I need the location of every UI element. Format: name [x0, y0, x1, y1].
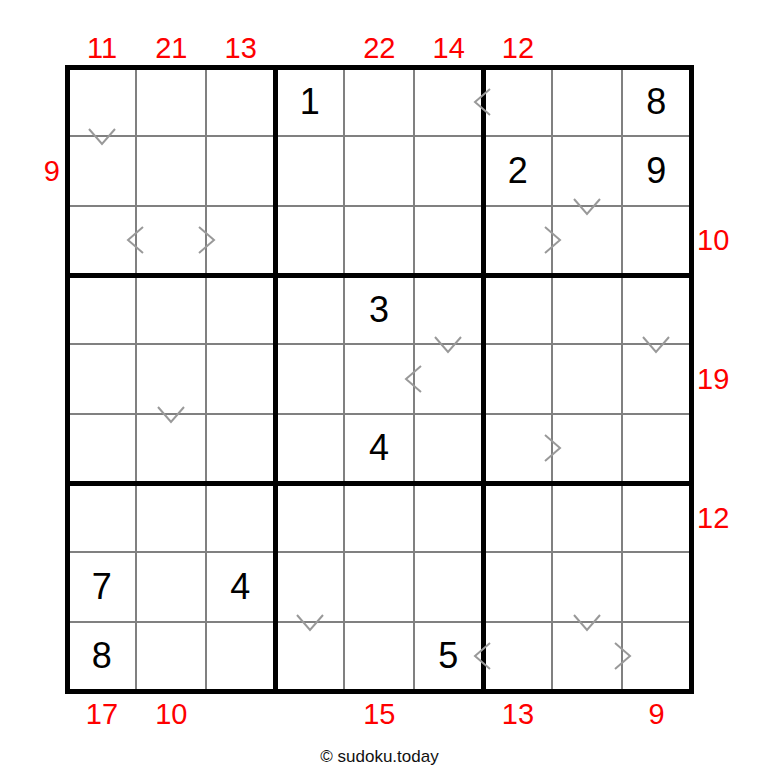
cell-r4c4[interactable] [275, 275, 344, 344]
grid-line-v [205, 67, 207, 691]
cell-r6c4[interactable] [275, 414, 344, 483]
cell-r8c5[interactable] [344, 552, 413, 621]
cell-r5c4[interactable] [275, 344, 344, 413]
sum-clue-bottom-col5: 15 [344, 697, 414, 731]
cell-r2c7[interactable]: 2 [483, 136, 552, 205]
greater-than-down-icon [86, 120, 118, 152]
sudoku-board: 1829347485 [67, 67, 691, 691]
sum-clue-top-col5: 22 [344, 31, 414, 65]
cell-r8c3[interactable]: 4 [206, 552, 275, 621]
less-than-icon [120, 224, 152, 256]
cell-r3c5[interactable] [344, 206, 413, 275]
cell-r2c3[interactable] [206, 136, 275, 205]
cell-r7c1[interactable] [67, 483, 136, 552]
sum-clue-top-col6: 14 [414, 31, 484, 65]
grid-line-v [621, 67, 623, 691]
less-than-icon [467, 86, 499, 118]
cell-r4c7[interactable] [483, 275, 552, 344]
copyright-text: © sudoku.today [0, 747, 759, 767]
grid-line-v [551, 67, 553, 691]
cell-r6c5[interactable]: 4 [344, 414, 413, 483]
sum-clue-top-col3: 13 [206, 31, 276, 65]
cell-r9c1[interactable]: 8 [67, 622, 136, 691]
cell-r8c7[interactable] [483, 552, 552, 621]
cell-r8c2[interactable] [136, 552, 205, 621]
greater-than-down-icon [571, 190, 603, 222]
cell-r7c2[interactable] [136, 483, 205, 552]
cell-r7c4[interactable] [275, 483, 344, 552]
cell-r1c9[interactable]: 8 [622, 67, 691, 136]
grid-line-h [67, 343, 691, 345]
sum-clue-bottom-col7: 13 [483, 697, 553, 731]
cell-r5c3[interactable] [206, 344, 275, 413]
cell-r1c5[interactable] [344, 67, 413, 136]
sum-clue-top-col2: 21 [136, 31, 206, 65]
cell-r7c6[interactable] [414, 483, 483, 552]
box-border-h [65, 689, 694, 694]
cell-r2c9[interactable]: 9 [622, 136, 691, 205]
box-border-v [481, 65, 486, 694]
sum-clue-top-col1: 11 [67, 31, 137, 65]
sum-clue-left-row2: 9 [18, 154, 60, 188]
sum-clue-right-row7: 12 [697, 501, 747, 535]
box-border-v [689, 65, 694, 694]
cell-r9c5[interactable] [344, 622, 413, 691]
cell-r7c3[interactable] [206, 483, 275, 552]
cell-r5c7[interactable] [483, 344, 552, 413]
sum-clue-right-row5: 19 [697, 362, 747, 396]
cell-r7c9[interactable] [622, 483, 691, 552]
cell-r9c2[interactable] [136, 622, 205, 691]
cell-r8c9[interactable] [622, 552, 691, 621]
cell-r9c3[interactable] [206, 622, 275, 691]
cell-r1c2[interactable] [136, 67, 205, 136]
cell-r4c2[interactable] [136, 275, 205, 344]
cell-r6c9[interactable] [622, 414, 691, 483]
greater-than-down-icon [432, 328, 464, 360]
greater-than-down-icon [155, 398, 187, 430]
sum-clue-right-row3: 10 [697, 223, 747, 257]
sudoku-puzzle: 1117211091310221519141213129 1829347485 … [0, 0, 759, 779]
cell-r8c6[interactable] [414, 552, 483, 621]
grid-line-v [343, 67, 345, 691]
grid-line-v [135, 67, 137, 691]
greater-than-icon [190, 224, 222, 256]
cell-r4c5[interactable]: 3 [344, 275, 413, 344]
greater-than-down-icon [294, 606, 326, 638]
cell-r2c4[interactable] [275, 136, 344, 205]
greater-than-icon [536, 432, 568, 464]
greater-than-down-icon [571, 606, 603, 638]
cell-r1c4[interactable]: 1 [275, 67, 344, 136]
cell-r3c6[interactable] [414, 206, 483, 275]
cell-r4c8[interactable] [552, 275, 621, 344]
cell-r6c3[interactable] [206, 414, 275, 483]
cell-r7c7[interactable] [483, 483, 552, 552]
cell-r1c3[interactable] [206, 67, 275, 136]
box-border-h [65, 65, 694, 70]
cell-r3c9[interactable] [622, 206, 691, 275]
cell-r6c6[interactable] [414, 414, 483, 483]
cell-r3c4[interactable] [275, 206, 344, 275]
cell-r4c3[interactable] [206, 275, 275, 344]
box-border-v [273, 65, 278, 694]
sum-clue-bottom-col2: 10 [136, 697, 206, 731]
less-than-icon [467, 640, 499, 672]
cell-r2c5[interactable] [344, 136, 413, 205]
cell-r8c1[interactable]: 7 [67, 552, 136, 621]
sum-clue-bottom-col1: 17 [67, 697, 137, 731]
sum-clue-bottom-col9: 9 [622, 697, 692, 731]
greater-than-down-icon [640, 328, 672, 360]
box-border-v [65, 65, 70, 694]
sum-clue-top-col7: 12 [483, 31, 553, 65]
cell-r2c2[interactable] [136, 136, 205, 205]
cell-r6c1[interactable] [67, 414, 136, 483]
less-than-icon [398, 363, 430, 395]
cell-r5c8[interactable] [552, 344, 621, 413]
cell-r1c8[interactable] [552, 67, 621, 136]
cell-r4c1[interactable] [67, 275, 136, 344]
greater-than-icon [536, 224, 568, 256]
box-border-h [65, 273, 694, 278]
grid-line-h [67, 135, 691, 137]
cell-r5c1[interactable] [67, 344, 136, 413]
cell-r2c6[interactable] [414, 136, 483, 205]
cell-r7c5[interactable] [344, 483, 413, 552]
box-border-h [65, 481, 694, 486]
cell-r7c8[interactable] [552, 483, 621, 552]
greater-than-icon [606, 640, 638, 672]
grid-line-h [67, 551, 691, 553]
